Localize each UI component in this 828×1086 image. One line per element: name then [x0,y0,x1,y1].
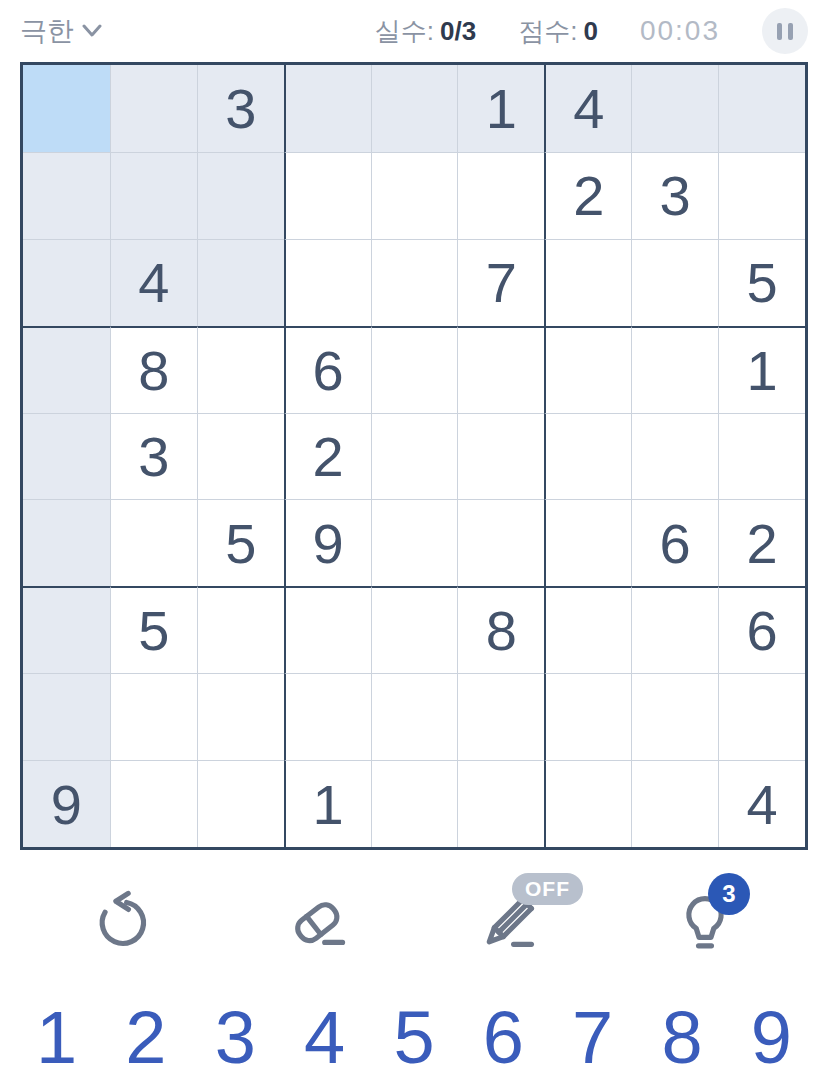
cell-r4c8[interactable] [631,326,718,413]
timer: 00:03 [640,15,720,47]
chevron-down-icon [82,24,102,38]
numpad-7[interactable]: 7 [572,1001,613,1075]
sudoku-board: 31423475861325962586914 [20,62,808,850]
numpad-5[interactable]: 5 [393,1001,434,1075]
undo-icon [92,889,154,951]
cell-r8c3[interactable] [197,673,284,760]
cell-r9c7[interactable] [544,760,631,847]
stats-cluster: 실수:0/3 점수:0 00:03 [375,8,808,54]
cell-r2c8[interactable]: 3 [631,152,718,239]
cell-r4c3[interactable] [197,326,284,413]
cell-r3c6[interactable]: 7 [457,239,544,326]
cell-r3c9[interactable]: 5 [718,239,805,326]
cell-r8c2[interactable] [110,673,197,760]
cell-r7c4[interactable] [284,586,371,673]
cell-r5c4[interactable]: 2 [284,413,371,500]
cell-r6c3[interactable]: 5 [197,499,284,586]
cell-r3c1[interactable] [23,239,110,326]
cell-r9c6[interactable] [457,760,544,847]
cell-r4c7[interactable] [544,326,631,413]
difficulty-label: 극한 [20,13,74,49]
cell-r4c4[interactable]: 6 [284,326,371,413]
cell-r1c1[interactable] [23,65,110,152]
cell-r3c4[interactable] [284,239,371,326]
cell-r8c1[interactable] [23,673,110,760]
numpad-3[interactable]: 3 [215,1001,256,1075]
numpad: 123456789 [0,990,828,1086]
notes-button[interactable]: OFF [476,885,546,955]
cell-r3c8[interactable] [631,239,718,326]
eraser-button[interactable] [282,885,352,955]
cell-r4c1[interactable] [23,326,110,413]
numpad-6[interactable]: 6 [483,1001,524,1075]
mistakes-counter: 실수:0/3 [375,14,476,49]
notes-off-badge: OFF [512,873,583,905]
undo-button[interactable] [88,885,158,955]
eraser-icon [285,889,349,951]
cell-r1c4[interactable] [284,65,371,152]
cell-r7c5[interactable] [371,586,458,673]
numpad-9[interactable]: 9 [751,1001,792,1075]
cell-r9c9[interactable]: 4 [718,760,805,847]
cell-r2c7[interactable]: 2 [544,152,631,239]
pause-icon [777,23,793,40]
cell-r2c1[interactable] [23,152,110,239]
score-label: 점수: [518,16,577,46]
cell-r7c2[interactable]: 5 [110,586,197,673]
cell-r8c7[interactable] [544,673,631,760]
cell-r2c2[interactable] [110,152,197,239]
hint-count-badge: 3 [708,873,750,915]
numpad-4[interactable]: 4 [304,1001,345,1075]
cell-r1c3[interactable]: 3 [197,65,284,152]
cell-r8c5[interactable] [371,673,458,760]
cell-r3c7[interactable] [544,239,631,326]
mistakes-label: 실수: [375,16,434,46]
cell-r8c9[interactable] [718,673,805,760]
cell-r6c6[interactable] [457,499,544,586]
cell-r1c9[interactable] [718,65,805,152]
cell-r2c3[interactable] [197,152,284,239]
cell-r9c1[interactable]: 9 [23,760,110,847]
numpad-8[interactable]: 8 [661,1001,702,1075]
cell-r7c8[interactable] [631,586,718,673]
pause-button[interactable] [762,8,808,54]
cell-r9c5[interactable] [371,760,458,847]
cell-r1c8[interactable] [631,65,718,152]
cell-r5c3[interactable] [197,413,284,500]
cell-r7c7[interactable] [544,586,631,673]
cell-r1c6[interactable]: 1 [457,65,544,152]
cell-r3c3[interactable] [197,239,284,326]
cell-r4c2[interactable]: 8 [110,326,197,413]
cell-r9c4[interactable]: 1 [284,760,371,847]
cell-r6c7[interactable] [544,499,631,586]
cell-r9c2[interactable] [110,760,197,847]
cell-r6c1[interactable] [23,499,110,586]
toolbar: OFF 3 [0,850,828,990]
cell-r5c7[interactable] [544,413,631,500]
cell-r4c5[interactable] [371,326,458,413]
cell-r6c9[interactable]: 2 [718,499,805,586]
numpad-2[interactable]: 2 [125,1001,166,1075]
hint-button[interactable]: 3 [670,885,740,955]
cell-r1c5[interactable] [371,65,458,152]
cell-r5c2[interactable]: 3 [110,413,197,500]
cell-r9c3[interactable] [197,760,284,847]
score-counter: 점수:0 [518,14,598,49]
cell-r3c5[interactable] [371,239,458,326]
cell-r2c4[interactable] [284,152,371,239]
cell-r1c7[interactable]: 4 [544,65,631,152]
cell-r2c5[interactable] [371,152,458,239]
cell-r5c9[interactable] [718,413,805,500]
cell-r6c5[interactable] [371,499,458,586]
cell-r1c2[interactable] [110,65,197,152]
cell-r4c9[interactable]: 1 [718,326,805,413]
cell-r2c6[interactable] [457,152,544,239]
cell-r6c4[interactable]: 9 [284,499,371,586]
cell-r6c2[interactable] [110,499,197,586]
cell-r6c8[interactable]: 6 [631,499,718,586]
cell-r8c4[interactable] [284,673,371,760]
cell-r7c6[interactable]: 8 [457,586,544,673]
cell-r5c8[interactable] [631,413,718,500]
cell-r7c9[interactable]: 6 [718,586,805,673]
cell-r5c1[interactable] [23,413,110,500]
cell-r7c3[interactable] [197,586,284,673]
cell-r5c6[interactable] [457,413,544,500]
cell-r8c6[interactable] [457,673,544,760]
cell-r7c1[interactable] [23,586,110,673]
cell-r4c6[interactable] [457,326,544,413]
mistakes-value: 0/3 [440,16,476,46]
cell-r5c5[interactable] [371,413,458,500]
score-value: 0 [583,16,597,46]
cell-r8c8[interactable] [631,673,718,760]
cell-r2c9[interactable] [718,152,805,239]
cell-r3c2[interactable]: 4 [110,239,197,326]
difficulty-selector[interactable]: 극한 [20,13,102,49]
numpad-1[interactable]: 1 [36,1001,77,1075]
top-bar: 극한 실수:0/3 점수:0 00:03 [0,0,828,62]
cell-r9c8[interactable] [631,760,718,847]
